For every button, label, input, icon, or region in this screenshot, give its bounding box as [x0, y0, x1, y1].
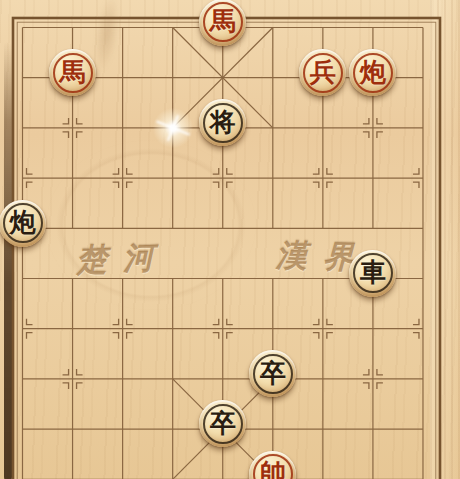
piece-character: 兵 [299, 49, 346, 96]
black-soldier[interactable]: 卒 [249, 350, 296, 397]
red-soldier[interactable]: 兵 [299, 49, 346, 96]
black-general[interactable]: 将 [199, 99, 246, 146]
red-horse[interactable]: 馬 [199, 0, 246, 46]
piece-character: 帥 [249, 451, 296, 479]
red-general[interactable]: 帥 [249, 451, 296, 479]
piece-character: 馬 [49, 49, 96, 96]
piece-character: 馬 [199, 0, 246, 46]
xiangqi-board: 楚河 漢界 馬馬兵炮将炮車卒卒帥 [0, 0, 460, 479]
piece-character: 卒 [199, 400, 246, 447]
piece-character: 炮 [0, 200, 46, 247]
piece-character: 将 [199, 99, 246, 146]
piece-character: 炮 [349, 49, 396, 96]
black-cannon[interactable]: 炮 [0, 200, 46, 247]
black-soldier[interactable]: 卒 [199, 400, 246, 447]
piece-layer: 馬馬兵炮将炮車卒卒帥 [0, 2, 448, 479]
piece-character: 卒 [249, 350, 296, 397]
red-horse[interactable]: 馬 [49, 49, 96, 96]
black-chariot[interactable]: 車 [349, 250, 396, 297]
red-cannon[interactable]: 炮 [349, 49, 396, 96]
piece-character: 車 [349, 250, 396, 297]
